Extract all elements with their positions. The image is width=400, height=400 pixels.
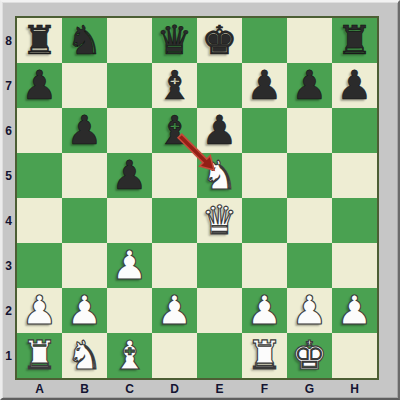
file-label-g: G <box>287 380 332 398</box>
black-pawn-c5[interactable]: ♟ <box>107 153 152 198</box>
square-e8[interactable]: ♚ <box>197 18 242 63</box>
square-c5[interactable]: ♟ <box>107 153 152 198</box>
square-c7[interactable] <box>107 63 152 108</box>
black-pawn-a7[interactable]: ♟ <box>17 63 62 108</box>
file-label-e: E <box>197 380 242 398</box>
black-pawn-h7[interactable]: ♟ <box>332 63 377 108</box>
square-h1[interactable] <box>332 333 377 378</box>
rank-label-1: 1 <box>2 333 15 378</box>
white-pawn-f2[interactable]: ♟ <box>242 288 287 333</box>
square-g4[interactable] <box>287 198 332 243</box>
square-h3[interactable] <box>332 243 377 288</box>
square-h2[interactable]: ♟ <box>332 288 377 333</box>
file-label-f: F <box>242 380 287 398</box>
square-c2[interactable] <box>107 288 152 333</box>
square-a3[interactable] <box>17 243 62 288</box>
square-d8[interactable]: ♛ <box>152 18 197 63</box>
square-b1[interactable]: ♞ <box>62 333 107 378</box>
square-a8[interactable]: ♜ <box>17 18 62 63</box>
square-f2[interactable]: ♟ <box>242 288 287 333</box>
square-e1[interactable] <box>197 333 242 378</box>
square-c8[interactable] <box>107 18 152 63</box>
white-pawn-c3[interactable]: ♟ <box>107 243 152 288</box>
square-g8[interactable] <box>287 18 332 63</box>
black-pawn-e6[interactable]: ♟ <box>197 108 242 153</box>
file-label-d: D <box>152 380 197 398</box>
square-f7[interactable]: ♟ <box>242 63 287 108</box>
square-h4[interactable] <box>332 198 377 243</box>
white-queen-e4[interactable]: ♛ <box>197 198 242 243</box>
white-rook-a1[interactable]: ♜ <box>17 333 62 378</box>
square-d5[interactable] <box>152 153 197 198</box>
square-b6[interactable]: ♟ <box>62 108 107 153</box>
file-label-a: A <box>17 380 62 398</box>
square-e3[interactable] <box>197 243 242 288</box>
square-f3[interactable] <box>242 243 287 288</box>
square-g3[interactable] <box>287 243 332 288</box>
square-f4[interactable] <box>242 198 287 243</box>
square-b3[interactable] <box>62 243 107 288</box>
white-knight-b1[interactable]: ♞ <box>62 333 107 378</box>
square-g1[interactable]: ♚ <box>287 333 332 378</box>
rank-label-5: 5 <box>2 153 15 198</box>
square-e7[interactable] <box>197 63 242 108</box>
square-a4[interactable] <box>17 198 62 243</box>
square-e5[interactable]: ♞ <box>197 153 242 198</box>
square-b2[interactable]: ♟ <box>62 288 107 333</box>
rank-label-8: 8 <box>2 18 15 63</box>
square-d6[interactable]: ♝ <box>152 108 197 153</box>
rank-label-3: 3 <box>2 243 15 288</box>
square-b4[interactable] <box>62 198 107 243</box>
square-h6[interactable] <box>332 108 377 153</box>
white-king-g1[interactable]: ♚ <box>287 333 332 378</box>
chess-board: ♜♞♛♚♜♟♝♟♟♟♟♝♟♟♞♛♟♟♟♟♟♟♟♜♞♝♜♚ <box>15 16 379 380</box>
square-e2[interactable] <box>197 288 242 333</box>
rank-label-4: 4 <box>2 198 15 243</box>
file-label-c: C <box>107 380 152 398</box>
square-f5[interactable] <box>242 153 287 198</box>
rank-label-2: 2 <box>2 288 15 333</box>
square-d1[interactable] <box>152 333 197 378</box>
black-rook-a8[interactable]: ♜ <box>17 18 62 63</box>
black-knight-b8[interactable]: ♞ <box>62 18 107 63</box>
black-bishop-d7[interactable]: ♝ <box>152 63 197 108</box>
black-rook-h8[interactable]: ♜ <box>332 18 377 63</box>
white-pawn-b2[interactable]: ♟ <box>62 288 107 333</box>
white-pawn-a2[interactable]: ♟ <box>17 288 62 333</box>
square-c6[interactable] <box>107 108 152 153</box>
square-f1[interactable]: ♜ <box>242 333 287 378</box>
file-label-h: H <box>332 380 377 398</box>
square-h7[interactable]: ♟ <box>332 63 377 108</box>
square-c4[interactable] <box>107 198 152 243</box>
black-pawn-f7[interactable]: ♟ <box>242 63 287 108</box>
rank-labels: 87654321 <box>2 18 15 378</box>
square-f6[interactable] <box>242 108 287 153</box>
rank-label-6: 6 <box>2 108 15 153</box>
square-a5[interactable] <box>17 153 62 198</box>
square-d2[interactable]: ♟ <box>152 288 197 333</box>
square-e6[interactable]: ♟ <box>197 108 242 153</box>
board-frame: 87654321 ♜♞♛♚♜♟♝♟♟♟♟♝♟♟♞♛♟♟♟♟♟♟♟♜♞♝♜♚ AB… <box>0 0 400 400</box>
square-c1[interactable]: ♝ <box>107 333 152 378</box>
square-h8[interactable]: ♜ <box>332 18 377 63</box>
square-e4[interactable]: ♛ <box>197 198 242 243</box>
square-d4[interactable] <box>152 198 197 243</box>
white-bishop-c1[interactable]: ♝ <box>107 333 152 378</box>
square-b5[interactable] <box>62 153 107 198</box>
square-g5[interactable] <box>287 153 332 198</box>
black-queen-d8[interactable]: ♛ <box>152 18 197 63</box>
white-pawn-h2[interactable]: ♟ <box>332 288 377 333</box>
rank-label-7: 7 <box>2 63 15 108</box>
white-pawn-d2[interactable]: ♟ <box>152 288 197 333</box>
black-bishop-d6[interactable]: ♝ <box>152 108 197 153</box>
square-a7[interactable]: ♟ <box>17 63 62 108</box>
black-pawn-b6[interactable]: ♟ <box>62 108 107 153</box>
black-king-e8[interactable]: ♚ <box>197 18 242 63</box>
square-a2[interactable]: ♟ <box>17 288 62 333</box>
square-g2[interactable]: ♟ <box>287 288 332 333</box>
square-f8[interactable] <box>242 18 287 63</box>
file-labels: ABCDEFGH <box>17 380 377 398</box>
square-b8[interactable]: ♞ <box>62 18 107 63</box>
square-g7[interactable]: ♟ <box>287 63 332 108</box>
square-g6[interactable] <box>287 108 332 153</box>
square-d3[interactable] <box>152 243 197 288</box>
square-c3[interactable]: ♟ <box>107 243 152 288</box>
file-label-b: B <box>62 380 107 398</box>
square-h5[interactable] <box>332 153 377 198</box>
white-rook-f1[interactable]: ♜ <box>242 333 287 378</box>
white-pawn-g2[interactable]: ♟ <box>287 288 332 333</box>
black-pawn-g7[interactable]: ♟ <box>287 63 332 108</box>
square-a1[interactable]: ♜ <box>17 333 62 378</box>
white-knight-e5[interactable]: ♞ <box>197 153 242 198</box>
square-b7[interactable] <box>62 63 107 108</box>
square-d7[interactable]: ♝ <box>152 63 197 108</box>
square-a6[interactable] <box>17 108 62 153</box>
